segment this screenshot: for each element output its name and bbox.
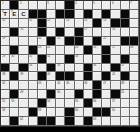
clue-number: 63 [93,117,96,120]
cell-r2c2[interactable]: 9E [10,10,19,19]
cell-r13c2[interactable] [10,108,19,117]
clue-number: 12 [47,19,50,22]
clue-number: 60 [75,108,78,111]
cell-r11c4[interactable] [29,90,38,99]
cell-r7c13[interactable] [111,55,120,64]
cell-r6c7[interactable] [56,46,65,55]
cell-r12c6[interactable]: 54 [47,99,56,108]
black-cell [65,117,74,126]
cell-r10c13[interactable] [111,81,120,90]
black-cell [75,37,84,46]
cell-r12c4[interactable] [29,99,38,108]
clue-number: 57 [112,99,115,102]
cell-r4c8[interactable] [65,28,74,37]
cell-r11c5[interactable] [38,90,47,99]
cell-r5c2[interactable] [10,37,19,46]
cell-r10c1[interactable]: 42 [1,81,10,90]
cell-r9c6[interactable]: 40 [47,72,56,81]
cell-r11c10[interactable] [84,90,93,99]
cell-r4c1[interactable] [1,28,10,37]
cell-r10c3[interactable] [19,81,28,90]
clue-number: 41 [112,72,115,75]
cell-r6c15[interactable]: 28 [130,46,139,55]
cell-r13c3[interactable] [19,108,28,117]
clue-number: 23 [38,46,41,49]
cell-r9c15[interactable] [130,72,139,81]
cell-r6c1[interactable] [1,46,10,55]
clue-number: 20 [38,37,41,40]
clue-number: 7 [130,1,132,4]
black-cell [121,55,130,64]
clue-number: 28 [130,46,133,49]
clue-number: 33 [75,55,78,58]
clue-number: 11 [29,19,32,22]
cell-r2c1[interactable]: 8T [1,10,10,19]
black-cell [38,117,47,126]
black-cell [111,64,120,73]
cell-r8c2[interactable] [10,64,19,73]
cell-r10c14[interactable]: 48 [121,81,130,90]
clue-number: 3 [47,1,49,4]
black-cell [65,37,74,46]
cell-r12c3[interactable] [19,99,28,108]
cell-r7c1[interactable]: 29 [1,55,10,64]
black-cell [65,1,74,10]
cell-r10c12[interactable]: 47 [102,81,111,90]
cell-r9c1[interactable]: 38 [1,72,10,81]
cell-r10c7[interactable]: 44 [56,81,65,90]
cell-r7c11[interactable] [93,55,102,64]
clue-number: 45 [66,81,69,84]
clue-number: 58 [2,108,5,111]
cell-r10c5[interactable]: 43 [38,81,47,90]
clue-number: 53 [11,99,14,102]
clue-number: 37 [121,64,124,67]
cell-r14c14[interactable] [121,117,130,126]
clue-number: 22 [103,37,106,40]
clue-number: 19 [2,37,5,40]
cell-r7c10[interactable] [84,55,93,64]
cell-r1c10[interactable] [84,1,93,10]
cell-r1c13[interactable]: 6 [111,1,120,10]
clue-number: 42 [2,81,5,84]
cell-r3c2[interactable] [10,19,19,28]
cell-r3c12[interactable]: 15 [102,19,111,28]
cell-r5c13[interactable] [111,37,120,46]
clue-number: 26 [93,46,96,49]
black-cell [38,72,47,81]
cell-r11c8[interactable] [65,90,74,99]
crossword-screen: 12345678T9EC1011121314151617181920212223… [0,0,140,132]
clue-number: 55 [75,99,78,102]
cell-r13c15[interactable] [130,108,139,117]
cell-r3c4[interactable]: 11 [29,19,38,28]
clue-number: 61 [112,108,115,111]
black-cell [130,37,139,46]
cell-r8c8[interactable] [65,64,74,73]
entered-letter: C [19,11,27,18]
cell-r8c12[interactable] [102,64,111,73]
black-cell [93,90,102,99]
cell-r13c6[interactable] [47,108,56,117]
black-cell [93,81,102,90]
black-cell [102,72,111,81]
black-cell [102,55,111,64]
cell-r5c4[interactable] [29,37,38,46]
cell-r7c3[interactable] [19,55,28,64]
cell-r12c12[interactable] [102,99,111,108]
cell-r8c14[interactable]: 37 [121,64,130,73]
cell-r14c9[interactable] [75,117,84,126]
cell-r10c8[interactable]: 45 [65,81,74,90]
clue-number: 44 [57,81,60,84]
black-cell [84,72,93,81]
cell-r10c6[interactable] [47,81,56,90]
clue-number: 34 [29,64,32,67]
cell-r2c3[interactable]: C [19,10,28,19]
cell-r8c11[interactable]: 36 [93,64,102,73]
cell-r11c3[interactable]: 49 [19,90,28,99]
black-cell [93,19,102,28]
black-cell [29,108,38,117]
clue-number: 50 [57,90,60,93]
cell-r5c1[interactable]: 19 [1,37,10,46]
clue-number: 48 [121,81,124,84]
clue-number: 10 [2,19,5,22]
cell-r1c9[interactable]: 4 [75,1,84,10]
cell-r14c11[interactable]: 63 [93,117,102,126]
cell-r13c7[interactable] [56,108,65,117]
cell-r14c1[interactable] [1,117,10,126]
clue-number: 62 [20,117,23,120]
clue-number: 29 [2,55,5,58]
clue-number: 49 [20,90,23,93]
black-cell [111,19,120,28]
clue-number: 17 [84,28,87,31]
clue-number: 56 [93,99,96,102]
clue-number: 4 [75,1,77,4]
black-cell [38,55,47,64]
black-cell [102,46,111,55]
clue-number: 38 [2,72,5,75]
black-cell [38,19,47,28]
cell-r5c12[interactable]: 22 [102,37,111,46]
cell-r5c10[interactable] [84,37,93,46]
black-cell [75,28,84,37]
clue-number: 18 [112,28,115,31]
black-cell [47,90,56,99]
cell-r13c5[interactable]: 59 [38,108,47,117]
cell-r1c6[interactable]: 3 [47,1,56,10]
black-cell [121,10,130,19]
cell-r11c15[interactable] [130,90,139,99]
black-cell [65,55,74,64]
clue-number: 14 [84,19,87,22]
cell-r10c15[interactable] [130,81,139,90]
clue-number: 2 [20,1,22,4]
black-cell [75,90,84,99]
black-cell [102,108,111,117]
cell-r3c9[interactable] [75,19,84,28]
cell-r4c3[interactable]: 16 [19,28,28,37]
black-cell [121,37,130,46]
black-cell [47,37,56,46]
black-cell [47,117,56,126]
black-cell [84,99,93,108]
cell-r7c6[interactable]: 32 [47,55,56,64]
cell-r14c3[interactable]: 62 [19,117,28,126]
cell-r1c1[interactable]: 1 [1,1,10,10]
black-cell [121,72,130,81]
cell-r12c14[interactable] [121,99,130,108]
cell-r8c9[interactable] [75,64,84,73]
black-cell [56,28,65,37]
black-cell [29,10,38,19]
black-cell [84,10,93,19]
cell-r14c13[interactable] [111,117,120,126]
cell-r11c12[interactable] [102,90,111,99]
cell-r12c9[interactable]: 55 [75,99,84,108]
cell-r3c7[interactable] [56,19,65,28]
cell-r3c8[interactable]: 13 [65,19,74,28]
cell-r7c4[interactable]: 31 [29,55,38,64]
cell-r10c10[interactable]: 46 [84,81,93,90]
clue-number: 51 [121,90,124,93]
cell-r1c12[interactable] [102,1,111,10]
clue-number: 40 [47,72,50,75]
cell-r6c3[interactable] [19,46,28,55]
cell-r7c2[interactable]: 30 [10,55,19,64]
cell-r1c4[interactable] [29,1,38,10]
cell-r13c9[interactable]: 60 [75,108,84,117]
black-cell [10,46,19,55]
clue-number: 15 [103,19,106,22]
black-cell [1,64,10,73]
black-cell [65,10,74,19]
cell-r8c5[interactable] [38,64,47,73]
clue-number: 39 [20,72,23,75]
cell-r4c6[interactable] [47,28,56,37]
cell-r1c11[interactable]: 5 [93,1,102,10]
cell-r14c4[interactable] [29,117,38,126]
clue-number: 30 [11,55,14,58]
cell-r13c13[interactable]: 61 [111,108,120,117]
cell-r5c3[interactable] [19,37,28,46]
bottom-bar [0,127,140,132]
cell-r4c4[interactable] [29,28,38,37]
cell-r3c3[interactable] [19,19,28,28]
cell-r6c5[interactable]: 23 [38,46,47,55]
cell-r3c10[interactable]: 14 [84,19,93,28]
cell-r2c9[interactable] [75,10,84,19]
clue-number: 59 [38,108,41,111]
black-cell [84,64,93,73]
cell-r2c11[interactable] [93,10,102,19]
cell-r3c6[interactable]: 12 [47,19,56,28]
cell-r10c9[interactable] [75,81,84,90]
cell-r14c15[interactable] [130,117,139,126]
black-cell [10,72,19,81]
black-cell [10,28,19,37]
clue-number: 52 [2,99,5,102]
clue-number: 47 [103,81,106,84]
crossword-grid: 12345678T9EC1011121314151617181920212223… [0,0,140,127]
clue-number: 36 [93,64,96,67]
clue-number: 32 [47,55,50,58]
cell-r3c1[interactable]: 10 [1,19,10,28]
cell-r10c2[interactable] [10,81,19,90]
clue-number: 24 [47,46,50,49]
cell-r6c6[interactable]: 24 [47,46,56,55]
cell-r4c11[interactable] [93,28,102,37]
clue-number: 25 [75,46,78,49]
cell-r10c4[interactable] [29,81,38,90]
cell-r6c14[interactable] [121,46,130,55]
clue-number: 46 [84,81,87,84]
cell-r9c4[interactable] [29,72,38,81]
cell-r7c7[interactable] [56,55,65,64]
cell-r8c4[interactable]: 34 [29,64,38,73]
clue-number: 16 [20,28,23,31]
clue-number: 43 [38,81,41,84]
black-cell [102,10,111,19]
cell-r7c15[interactable] [130,55,139,64]
cell-r12c15[interactable] [130,99,139,108]
cell-r11c7[interactable]: 50 [56,90,65,99]
cell-r12c8[interactable] [65,99,74,108]
black-cell [65,108,74,117]
black-cell [93,108,102,117]
cell-r13c10[interactable] [84,108,93,117]
cell-r5c5[interactable]: 20 [38,37,47,46]
cell-r1c14[interactable] [121,1,130,10]
cell-r12c13[interactable]: 57 [111,99,120,108]
cell-r11c14[interactable]: 51 [121,90,130,99]
black-cell [10,117,19,126]
cell-r12c2[interactable]: 53 [10,99,19,108]
black-cell [10,90,19,99]
black-cell [47,64,56,73]
black-cell [29,46,38,55]
cell-r4c10[interactable]: 17 [84,28,93,37]
cell-r13c1[interactable]: 58 [1,108,10,117]
cell-r8c15[interactable] [130,64,139,73]
cell-r12c11[interactable]: 56 [93,99,102,108]
cell-r4c12[interactable] [102,28,111,37]
cell-r8c7[interactable]: 35 [56,64,65,73]
cell-r1c5[interactable] [38,1,47,10]
black-cell [56,72,65,81]
black-cell [56,10,65,19]
cell-r12c1[interactable]: 52 [1,99,10,108]
black-cell [19,64,28,73]
black-cell [93,37,102,46]
black-cell [65,72,74,81]
clue-number: 35 [57,64,60,67]
cell-r12c7[interactable] [56,99,65,108]
cell-r7c9[interactable]: 33 [75,55,84,64]
entered-letter: E [10,11,18,18]
cell-r9c3[interactable]: 39 [19,72,28,81]
black-cell [38,28,47,37]
clue-number: 6 [112,1,114,4]
clue-number: 54 [47,99,50,102]
cell-r2c13[interactable] [111,10,120,19]
black-cell [121,19,130,28]
cell-r4c14[interactable] [121,28,130,37]
cell-r4c13[interactable]: 18 [111,28,120,37]
black-cell [111,90,120,99]
black-cell [84,46,93,55]
clue-number: 27 [112,46,115,49]
black-cell [38,10,47,19]
cell-r2c6[interactable] [47,10,56,19]
cell-r4c15[interactable] [130,28,139,37]
black-cell [10,1,19,10]
black-cell [38,99,47,108]
clue-number: 1 [2,1,4,4]
cell-r6c8[interactable] [65,46,74,55]
cell-r9c13[interactable]: 41 [111,72,120,81]
cell-r14c12[interactable] [102,117,111,126]
cell-r1c15[interactable]: 7 [130,1,139,10]
entered-letter: T [1,11,9,18]
cell-r1c7[interactable] [56,1,65,10]
cell-r6c13[interactable]: 27 [111,46,120,55]
cell-r13c14[interactable] [121,108,130,117]
clue-number: 5 [93,1,95,4]
black-cell [84,117,93,126]
cell-r5c7[interactable]: 21 [56,37,65,46]
clue-number: 21 [57,37,60,40]
cell-r1c3[interactable]: 2 [19,1,28,10]
cell-r2c15[interactable] [130,10,139,19]
clue-number: 31 [29,55,32,58]
cell-r6c9[interactable]: 25 [75,46,84,55]
cell-r9c11[interactable] [93,72,102,81]
cell-r3c15[interactable] [130,19,139,28]
cell-r9c9[interactable] [75,72,84,81]
cell-r11c1[interactable] [1,90,10,99]
cell-r6c11[interactable]: 26 [93,46,102,55]
clue-number: 13 [66,19,69,22]
cell-r14c7[interactable] [56,117,65,126]
